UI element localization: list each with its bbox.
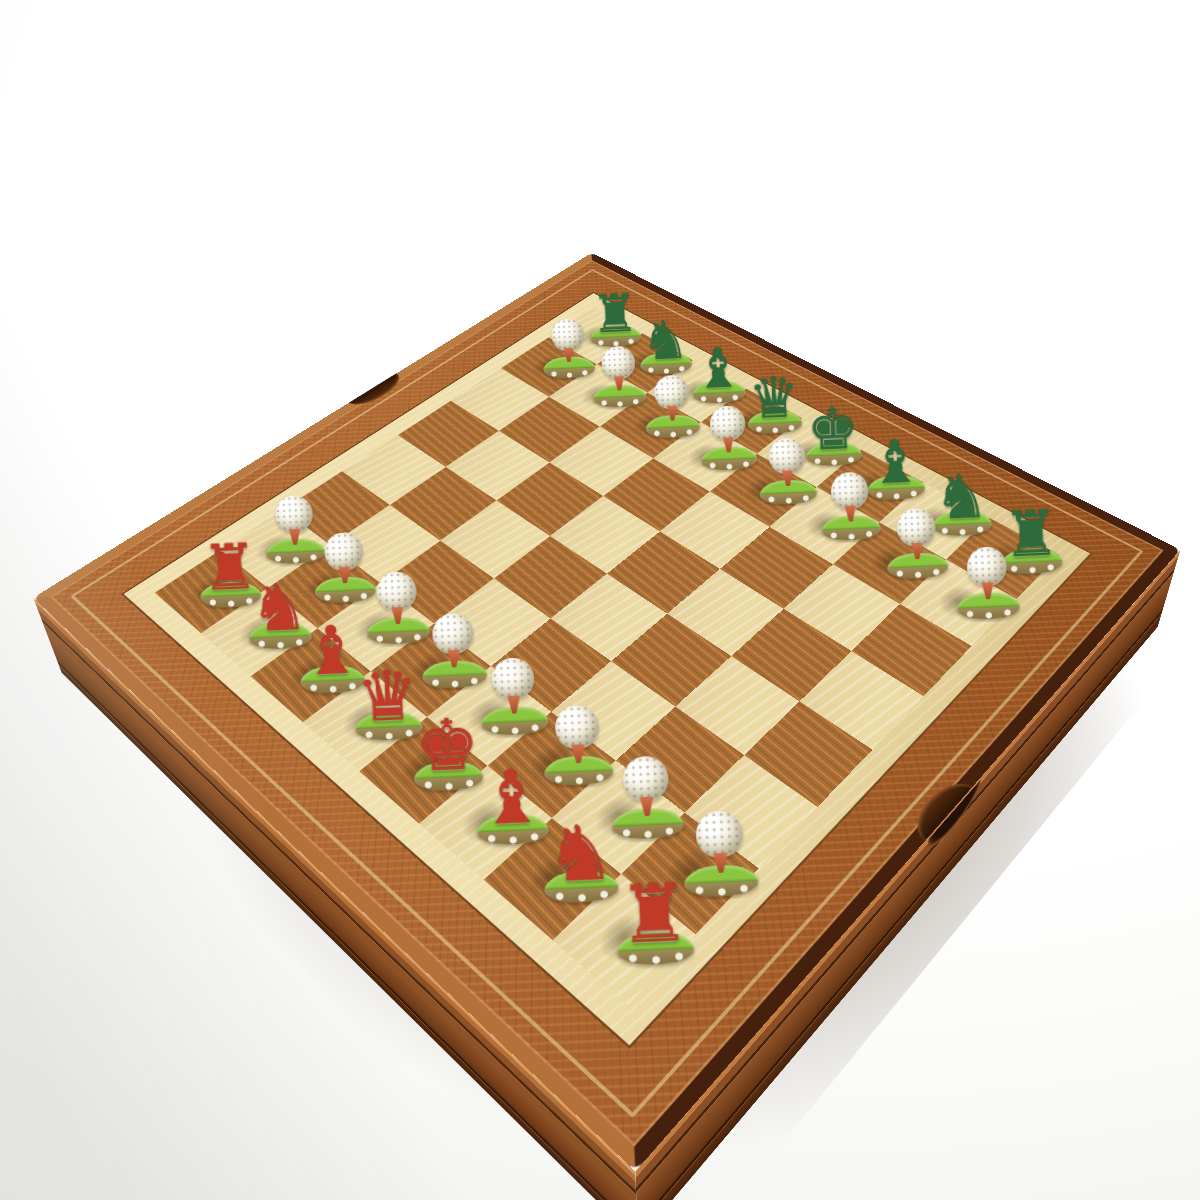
green-knight-glyph: ♞	[640, 315, 690, 367]
golf-tee	[981, 582, 995, 599]
piece-contact-shadow	[565, 374, 631, 417]
green-pawn	[633, 374, 711, 439]
red-knight-glyph: ♞	[544, 817, 616, 893]
red-pawn	[252, 494, 337, 565]
grass-mound-base	[957, 592, 1021, 621]
golf-ball	[622, 755, 669, 802]
golf-tee	[666, 406, 678, 421]
red-knight: ♞	[234, 576, 325, 651]
square-f3	[551, 661, 675, 760]
red-pawn	[595, 754, 699, 840]
red-bishop-glyph: ♝	[300, 619, 363, 685]
piece-contact-shadow	[966, 530, 1040, 585]
grass-mound-base	[300, 665, 366, 695]
red-knight-glyph: ♞	[249, 577, 310, 641]
grass-mound-base	[590, 325, 641, 348]
green-pawn	[531, 317, 605, 379]
grass-mound-base	[748, 410, 803, 435]
green-queen-glyph: ♛	[748, 371, 800, 426]
scene-tilt: ♜♜♞♞♝♝♛♛♚♚♝♝♞♞♜♜	[0, 0, 1200, 1200]
piece-contact-shadow	[323, 686, 408, 754]
piece-contact-shadow	[508, 728, 595, 800]
square-e8: ♚	[757, 418, 861, 487]
scene-perspective: ♜♜♞♞♝♝♛♛♚♚♝♝♞♞♜♜	[0, 0, 1200, 1200]
piece-contact-shadow	[390, 638, 472, 702]
grass-mound-base	[366, 616, 430, 645]
green-knight: ♞	[628, 314, 702, 375]
square-f7	[770, 487, 880, 564]
square-a5	[398, 401, 499, 467]
piece-contact-shadow	[447, 681, 531, 749]
golf-ball	[654, 375, 690, 411]
red-knight: ♞	[527, 816, 634, 904]
grass-mound-base	[544, 870, 619, 904]
square-a7	[501, 337, 597, 396]
piece-contact-shadow	[576, 894, 672, 983]
square-b5	[446, 431, 550, 501]
golf-tee	[570, 744, 586, 763]
golf-ball	[491, 657, 535, 701]
square-c8: ♝	[648, 360, 746, 422]
piece-contact-shadow	[517, 346, 582, 386]
green-queen: ♛	[735, 370, 813, 434]
golf-ball	[274, 495, 313, 534]
green-pawn	[746, 437, 829, 506]
box-side-left	[33, 598, 637, 1200]
square-f4	[611, 614, 731, 707]
grass-mound-base	[867, 474, 925, 500]
photo-backdrop: ♜♜♞♞♝♝♛♛♚♚♝♝♞♞♜♜	[0, 0, 1200, 1200]
piece-contact-shadow	[788, 499, 860, 552]
piece-contact-shadow	[644, 831, 736, 914]
red-rook: ♜	[186, 537, 274, 609]
red-bishop-glyph: ♝	[477, 762, 546, 835]
box-side-front	[635, 550, 1180, 1200]
red-pawn	[407, 612, 501, 690]
frame-notch-far	[349, 373, 408, 410]
piece-contact-shadow	[671, 433, 740, 480]
square-h8: ♜	[946, 518, 1059, 599]
green-king: ♚	[793, 401, 874, 467]
grass-mound-base	[481, 706, 549, 737]
red-pawn	[667, 809, 774, 899]
chess-board-box: ♜♜♞♞♝♝♛♛♚♚♝♝♞♞♜♜	[33, 253, 1180, 1172]
square-h6	[851, 604, 971, 696]
piece-contact-shadow	[219, 601, 299, 661]
square-e3	[491, 619, 611, 712]
red-pawn	[300, 531, 388, 604]
square-d8: ♛	[701, 388, 802, 453]
grass-mound-base	[476, 813, 549, 846]
square-h4	[744, 701, 872, 807]
golf-tee	[844, 505, 857, 521]
red-rook-glyph: ♜	[617, 876, 691, 954]
golf-ball	[432, 613, 475, 656]
square-h2	[621, 813, 759, 935]
square-c6	[550, 427, 654, 496]
square-c4	[440, 500, 550, 578]
green-rook-glyph: ♜	[591, 289, 640, 340]
grass-mound-base	[414, 760, 484, 792]
grass-mound-base	[684, 864, 759, 898]
red-queen: ♛	[340, 663, 437, 742]
piece-contact-shadow	[775, 429, 844, 476]
piece-contact-shadow	[617, 403, 685, 448]
square-c1: ♝	[251, 628, 371, 722]
border-strip: ♜♜♞♞♝♝♛♛♚♚♝♝♞♞♜♜	[121, 292, 1093, 1049]
grass-mound-base	[692, 380, 746, 404]
piece-contact-shadow	[336, 597, 416, 657]
piece-contact-shadow	[613, 342, 677, 382]
green-king-glyph: ♚	[806, 401, 860, 458]
square-b6	[499, 397, 600, 463]
square-f5	[667, 569, 783, 656]
golf-tee	[722, 437, 735, 452]
square-d3	[434, 578, 550, 666]
square-g8: ♞	[879, 483, 989, 560]
piece-contact-shadow	[898, 494, 970, 546]
golf-tee	[447, 650, 462, 668]
golf-ball	[551, 318, 585, 352]
square-b4	[390, 467, 497, 541]
golf-tee	[639, 797, 655, 817]
square-d4	[494, 536, 607, 618]
piece-contact-shadow	[835, 461, 905, 511]
square-f1: ♝	[419, 766, 552, 880]
drawer-pull-notch	[925, 780, 981, 860]
square-e7	[710, 454, 817, 527]
grass-mound-base	[200, 581, 262, 609]
piece-contact-shadow	[728, 465, 799, 515]
golf-tee	[781, 470, 794, 486]
green-pawn	[688, 404, 769, 471]
square-a1: ♜	[155, 550, 268, 633]
square-c2	[318, 583, 434, 671]
square-c7	[600, 393, 701, 459]
square-d5	[550, 496, 660, 574]
red-king-glyph: ♚	[414, 711, 481, 781]
golf-tee	[712, 853, 729, 873]
golf-tee	[910, 543, 924, 560]
golf-tee	[506, 695, 521, 713]
grass-mound-base	[759, 479, 817, 505]
grass-mound-base	[1001, 547, 1063, 575]
piece-contact-shadow	[664, 370, 730, 412]
red-queen-glyph: ♛	[355, 663, 420, 731]
green-knight: ♞	[919, 467, 1004, 537]
green-bishop-glyph: ♝	[868, 434, 923, 492]
piece-contact-shadow	[172, 562, 250, 619]
piece-contact-shadow	[574, 778, 663, 855]
green-bishop: ♝	[854, 433, 937, 501]
square-g4	[675, 656, 799, 755]
red-bishop: ♝	[285, 618, 379, 695]
green-knight-glyph: ♞	[933, 468, 990, 528]
piece-contact-shadow	[564, 316, 627, 354]
grass-mound-base	[593, 384, 647, 408]
grass-mound-base	[645, 414, 700, 439]
red-rook-glyph: ♜	[200, 537, 259, 599]
square-b1: ♞	[201, 588, 317, 676]
square-e2	[427, 666, 551, 766]
green-pawn	[942, 545, 1033, 621]
square-c5	[497, 463, 604, 536]
green-rook: ♜	[987, 503, 1075, 575]
golf-ball	[896, 508, 936, 548]
board-grid: ♜♜♞♞♝♝♛♛♚♚♝♝♞♞♜♜	[155, 308, 1059, 1006]
square-h7	[900, 559, 1016, 646]
grass-mound-base	[544, 755, 614, 787]
grass-mound-base	[821, 514, 881, 541]
piece-contact-shadow	[269, 643, 352, 707]
golf-ball	[601, 346, 636, 381]
golf-ball	[966, 546, 1007, 587]
grass-mound-base	[701, 446, 758, 472]
green-rook-glyph: ♜	[1002, 504, 1061, 566]
square-a3	[283, 471, 390, 545]
grass-mound-base	[640, 352, 692, 376]
square-d1: ♛	[303, 671, 427, 771]
square-g1: ♞	[484, 818, 622, 940]
piece-contact-shadow	[380, 733, 467, 805]
piece-contact-shadow	[920, 573, 996, 632]
square-g2	[552, 760, 685, 874]
board-frame: ♜♜♞♞♝♝♛♛♚♚♝♝♞♞♜♜	[33, 253, 1180, 1172]
frame-notch-near	[905, 774, 973, 841]
red-pawn	[465, 656, 562, 737]
square-d2	[371, 623, 491, 717]
square-f6	[720, 527, 833, 609]
piece-contact-shadow	[238, 521, 314, 574]
square-h5	[800, 651, 924, 750]
grass-mound-base	[422, 660, 488, 690]
piece-contact-shadow	[852, 535, 926, 591]
grass-mound-base	[806, 441, 863, 467]
red-rook: ♜	[599, 875, 710, 967]
golf-tee	[338, 567, 352, 584]
green-pawn	[581, 345, 657, 409]
piece-contact-shadow	[441, 783, 531, 860]
square-f2	[488, 712, 616, 818]
square-a4	[342, 435, 446, 505]
square-e5	[607, 531, 720, 613]
green-bishop: ♝	[680, 342, 756, 405]
piece-contact-shadow	[718, 398, 785, 443]
red-pawn	[528, 703, 628, 786]
red-pawn	[352, 570, 443, 646]
golf-ball	[709, 405, 746, 442]
green-rook: ♜	[579, 288, 652, 348]
square-a2	[221, 509, 331, 587]
grass-mound-base	[617, 931, 695, 966]
golf-tee	[563, 348, 575, 362]
green-pawn	[808, 471, 893, 542]
square-g7	[833, 522, 946, 604]
square-d7	[653, 422, 757, 491]
square-h3	[685, 755, 818, 868]
grass-mound-base	[314, 576, 376, 604]
golf-ball	[554, 705, 600, 751]
square-g5	[731, 609, 851, 702]
golf-ball	[830, 472, 869, 511]
golf-ball	[324, 532, 364, 572]
square-h1: ♜	[553, 874, 696, 1005]
grass-mound-base	[248, 621, 312, 650]
board-shadow	[17, 306, 1200, 1200]
piece-contact-shadow	[506, 836, 599, 919]
square-g6	[784, 564, 900, 651]
grass-mound-base	[611, 807, 684, 840]
grass-mound-base	[355, 711, 423, 742]
red-king: ♚	[398, 710, 498, 792]
square-e4	[551, 574, 668, 661]
grass-mound-base	[265, 538, 325, 565]
square-b8: ♞	[597, 333, 693, 392]
green-pawn	[873, 507, 961, 580]
square-d6	[603, 458, 710, 531]
golf-ball	[695, 810, 744, 859]
square-e6	[660, 492, 770, 569]
golf-ball	[376, 571, 417, 612]
square-a8: ♜	[549, 308, 643, 364]
square-b2	[268, 545, 381, 628]
square-c3	[381, 541, 494, 624]
green-bishop-glyph: ♝	[693, 342, 744, 396]
grass-mound-base	[887, 552, 949, 580]
golf-tee	[288, 529, 301, 545]
square-e1: ♚	[359, 717, 487, 824]
piece-contact-shadow	[285, 558, 363, 615]
square-a6	[451, 368, 549, 431]
golf-tee	[613, 376, 625, 391]
square-g3	[616, 707, 744, 813]
golf-ball	[768, 437, 806, 475]
square-f8: ♝	[817, 449, 924, 522]
golf-tee	[391, 607, 405, 624]
square-b3	[331, 505, 441, 583]
red-bishop: ♝	[460, 761, 563, 846]
square-b7	[549, 364, 647, 426]
grass-mound-base	[932, 510, 992, 537]
grass-mound-base	[543, 356, 595, 380]
